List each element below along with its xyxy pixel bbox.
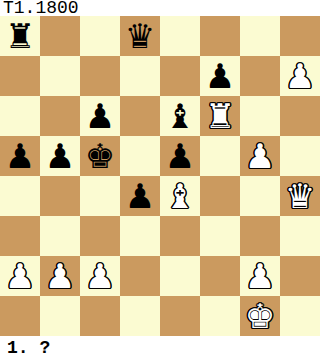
- square-c1[interactable]: [80, 296, 120, 336]
- piece-black-bishop[interactable]: ♝: [160, 96, 200, 136]
- piece-white-king[interactable]: ♚: [240, 296, 280, 336]
- piece-white-pawn[interactable]: ♟: [40, 256, 80, 296]
- square-a7[interactable]: [0, 56, 40, 96]
- square-h5[interactable]: [280, 136, 320, 176]
- square-b1[interactable]: [40, 296, 80, 336]
- square-e3[interactable]: [160, 216, 200, 256]
- square-c8[interactable]: [80, 16, 120, 56]
- square-f8[interactable]: [200, 16, 240, 56]
- square-b6[interactable]: [40, 96, 80, 136]
- square-a3[interactable]: [0, 216, 40, 256]
- square-c6[interactable]: ♟: [80, 96, 120, 136]
- square-e8[interactable]: [160, 16, 200, 56]
- square-f1[interactable]: [200, 296, 240, 336]
- square-g1[interactable]: ♚: [240, 296, 280, 336]
- piece-white-rook[interactable]: ♜: [200, 96, 240, 136]
- square-b8[interactable]: [40, 16, 80, 56]
- piece-white-queen[interactable]: ♛: [280, 176, 320, 216]
- square-g6[interactable]: [240, 96, 280, 136]
- square-a8[interactable]: ♜: [0, 16, 40, 56]
- square-h7[interactable]: ♟: [280, 56, 320, 96]
- square-a2[interactable]: ♟: [0, 256, 40, 296]
- piece-black-pawn[interactable]: ♟: [120, 176, 160, 216]
- piece-black-king[interactable]: ♚: [80, 136, 120, 176]
- square-d3[interactable]: [120, 216, 160, 256]
- square-h8[interactable]: [280, 16, 320, 56]
- square-a4[interactable]: [0, 176, 40, 216]
- puzzle-label: T1.1800: [0, 0, 320, 16]
- piece-black-pawn[interactable]: ♟: [40, 136, 80, 176]
- chess-board: ♜♛♟♟♟♝♜♟♟♚♟♟♟♝♛♟♟♟♟♚: [0, 16, 320, 336]
- square-d6[interactable]: [120, 96, 160, 136]
- square-h3[interactable]: [280, 216, 320, 256]
- square-h4[interactable]: ♛: [280, 176, 320, 216]
- piece-white-bishop[interactable]: ♝: [160, 176, 200, 216]
- square-g7[interactable]: [240, 56, 280, 96]
- square-c4[interactable]: [80, 176, 120, 216]
- piece-white-pawn[interactable]: ♟: [240, 136, 280, 176]
- square-b7[interactable]: [40, 56, 80, 96]
- square-a5[interactable]: ♟: [0, 136, 40, 176]
- move-prompt: 1. ?: [0, 336, 320, 360]
- square-c7[interactable]: [80, 56, 120, 96]
- square-g5[interactable]: ♟: [240, 136, 280, 176]
- piece-black-pawn[interactable]: ♟: [80, 96, 120, 136]
- square-d2[interactable]: [120, 256, 160, 296]
- square-e1[interactable]: [160, 296, 200, 336]
- square-a1[interactable]: [0, 296, 40, 336]
- square-f7[interactable]: ♟: [200, 56, 240, 96]
- square-d7[interactable]: [120, 56, 160, 96]
- square-e4[interactable]: ♝: [160, 176, 200, 216]
- square-d8[interactable]: ♛: [120, 16, 160, 56]
- square-c5[interactable]: ♚: [80, 136, 120, 176]
- square-b4[interactable]: [40, 176, 80, 216]
- square-b3[interactable]: [40, 216, 80, 256]
- square-b2[interactable]: ♟: [40, 256, 80, 296]
- square-e6[interactable]: ♝: [160, 96, 200, 136]
- piece-white-pawn[interactable]: ♟: [280, 56, 320, 96]
- square-f6[interactable]: ♜: [200, 96, 240, 136]
- square-g4[interactable]: [240, 176, 280, 216]
- square-g3[interactable]: [240, 216, 280, 256]
- piece-black-rook[interactable]: ♜: [0, 16, 40, 56]
- square-d5[interactable]: [120, 136, 160, 176]
- square-f3[interactable]: [200, 216, 240, 256]
- square-e5[interactable]: ♟: [160, 136, 200, 176]
- square-e2[interactable]: [160, 256, 200, 296]
- square-g8[interactable]: [240, 16, 280, 56]
- square-e7[interactable]: [160, 56, 200, 96]
- square-h6[interactable]: [280, 96, 320, 136]
- piece-black-pawn[interactable]: ♟: [160, 136, 200, 176]
- square-f4[interactable]: [200, 176, 240, 216]
- square-f2[interactable]: [200, 256, 240, 296]
- square-c3[interactable]: [80, 216, 120, 256]
- piece-white-pawn[interactable]: ♟: [80, 256, 120, 296]
- square-b5[interactable]: ♟: [40, 136, 80, 176]
- square-h2[interactable]: [280, 256, 320, 296]
- piece-white-pawn[interactable]: ♟: [240, 256, 280, 296]
- square-d1[interactable]: [120, 296, 160, 336]
- square-f5[interactable]: [200, 136, 240, 176]
- piece-black-pawn[interactable]: ♟: [0, 136, 40, 176]
- square-c2[interactable]: ♟: [80, 256, 120, 296]
- piece-black-pawn[interactable]: ♟: [200, 56, 240, 96]
- square-d4[interactable]: ♟: [120, 176, 160, 216]
- square-g2[interactable]: ♟: [240, 256, 280, 296]
- square-h1[interactable]: [280, 296, 320, 336]
- piece-black-queen[interactable]: ♛: [120, 16, 160, 56]
- square-a6[interactable]: [0, 96, 40, 136]
- piece-white-pawn[interactable]: ♟: [0, 256, 40, 296]
